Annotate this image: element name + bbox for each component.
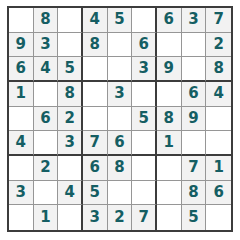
cell-r5c1[interactable]: [9, 107, 34, 132]
cell-r7c8: 7: [182, 156, 207, 181]
cell-r8c4: 5: [83, 181, 108, 206]
cell-r5c9[interactable]: [206, 107, 231, 132]
cell-r6c1: 4: [9, 131, 34, 156]
cell-r1c5: 5: [108, 8, 133, 33]
cell-r6c6[interactable]: [132, 131, 157, 156]
cell-r1c3[interactable]: [58, 8, 83, 33]
cell-r4c1: 1: [9, 82, 34, 107]
cell-r3c6: 3: [132, 57, 157, 82]
cell-r7c3[interactable]: [58, 156, 83, 181]
cell-r7c7[interactable]: [157, 156, 182, 181]
cell-r3c1: 6: [9, 57, 34, 82]
cell-r8c3: 4: [58, 181, 83, 206]
cell-r9c9[interactable]: [206, 205, 231, 230]
cell-r2c4: 8: [83, 33, 108, 58]
cell-r1c9: 7: [206, 8, 231, 33]
cell-r6c9[interactable]: [206, 131, 231, 156]
cell-r8c7[interactable]: [157, 181, 182, 206]
cell-r6c2[interactable]: [34, 131, 59, 156]
cell-r4c5: 3: [108, 82, 133, 107]
cell-r3c9: 8: [206, 57, 231, 82]
cell-r6c4: 7: [83, 131, 108, 156]
cell-r9c6: 7: [132, 205, 157, 230]
cell-r8c6[interactable]: [132, 181, 157, 206]
cell-r9c5: 2: [108, 205, 133, 230]
cell-r9c4: 3: [83, 205, 108, 230]
cell-r1c1[interactable]: [9, 8, 34, 33]
cell-r1c7: 6: [157, 8, 182, 33]
cell-r2c7[interactable]: [157, 33, 182, 58]
cell-r5c4[interactable]: [83, 107, 108, 132]
cell-r2c2: 3: [34, 33, 59, 58]
cell-r3c7: 9: [157, 57, 182, 82]
cell-r7c4: 6: [83, 156, 108, 181]
cell-r4c9: 4: [206, 82, 231, 107]
cell-r3c4[interactable]: [83, 57, 108, 82]
cell-r5c7: 8: [157, 107, 182, 132]
cell-r5c8: 9: [182, 107, 207, 132]
cell-r4c7[interactable]: [157, 82, 182, 107]
cell-r2c6: 6: [132, 33, 157, 58]
cell-r1c8: 3: [182, 8, 207, 33]
cell-r2c5[interactable]: [108, 33, 133, 58]
cell-r4c3: 8: [58, 82, 83, 107]
cell-r8c5[interactable]: [108, 181, 133, 206]
cell-r8c8: 8: [182, 181, 207, 206]
cell-r6c8[interactable]: [182, 131, 207, 156]
cell-r4c2[interactable]: [34, 82, 59, 107]
cell-r8c2[interactable]: [34, 181, 59, 206]
cell-r4c6[interactable]: [132, 82, 157, 107]
cell-r7c2: 2: [34, 156, 59, 181]
cell-r9c1[interactable]: [9, 205, 34, 230]
cell-r9c7[interactable]: [157, 205, 182, 230]
cell-r7c9: 1: [206, 156, 231, 181]
cell-r6c3: 3: [58, 131, 83, 156]
cell-r3c5[interactable]: [108, 57, 133, 82]
cell-r5c3: 2: [58, 107, 83, 132]
cell-r3c2: 4: [34, 57, 59, 82]
cell-r1c6[interactable]: [132, 8, 157, 33]
cell-r2c8[interactable]: [182, 33, 207, 58]
cell-r6c5: 6: [108, 131, 133, 156]
cell-r3c8[interactable]: [182, 57, 207, 82]
cell-r9c3[interactable]: [58, 205, 83, 230]
cell-r7c1[interactable]: [9, 156, 34, 181]
cell-r9c8: 5: [182, 205, 207, 230]
cell-r5c6: 5: [132, 107, 157, 132]
cell-r5c2: 6: [34, 107, 59, 132]
cell-r7c6[interactable]: [132, 156, 157, 181]
cell-r7c5: 8: [108, 156, 133, 181]
cell-r9c2: 1: [34, 205, 59, 230]
cell-r2c9: 2: [206, 33, 231, 58]
sudoku-board: 8456379386264539818364625894376126871345…: [7, 6, 233, 232]
cell-r1c4: 4: [83, 8, 108, 33]
cell-r3c3: 5: [58, 57, 83, 82]
cell-r4c4[interactable]: [83, 82, 108, 107]
cell-r5c5[interactable]: [108, 107, 133, 132]
cell-r2c3[interactable]: [58, 33, 83, 58]
cell-r8c1: 3: [9, 181, 34, 206]
cell-r4c8: 6: [182, 82, 207, 107]
cell-r8c9: 6: [206, 181, 231, 206]
cell-r6c7: 1: [157, 131, 182, 156]
cell-r2c1: 9: [9, 33, 34, 58]
cell-r1c2: 8: [34, 8, 59, 33]
